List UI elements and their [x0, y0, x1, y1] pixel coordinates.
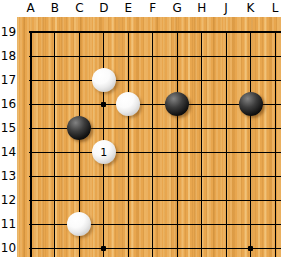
go-board-diagram: 1ABCDEFGHJKL19181716151413121110 [0, 0, 281, 257]
grid-line-horizontal-14 [29, 152, 281, 153]
column-label-E: E [125, 0, 133, 17]
star-point-K10 [248, 246, 253, 251]
stone-white-d14[interactable]: 1 [92, 140, 116, 164]
grid-line-horizontal-12 [29, 200, 281, 201]
row-label-19: 19 [0, 25, 17, 39]
stone-black-k16[interactable] [239, 92, 263, 116]
row-label-13: 13 [0, 169, 17, 183]
grid-line-horizontal-18 [29, 56, 281, 57]
row-label-18: 18 [0, 49, 17, 63]
column-label-K: K [247, 0, 255, 17]
column-label-D: D [99, 0, 108, 17]
stone-white-d17[interactable] [92, 68, 116, 92]
column-label-G: G [173, 0, 182, 17]
column-label-H: H [197, 0, 206, 17]
column-label-F: F [149, 0, 156, 17]
row-label-14: 14 [0, 145, 17, 159]
row-label-12: 12 [0, 193, 17, 207]
column-label-A: A [26, 0, 34, 17]
column-label-J: J [224, 0, 228, 17]
column-label-L: L [272, 0, 279, 17]
column-label-B: B [51, 0, 59, 17]
row-label-11: 11 [0, 217, 17, 231]
row-label-15: 15 [0, 121, 17, 135]
move-number-label: 1 [100, 147, 107, 158]
goban[interactable] [17, 17, 281, 257]
grid-line-horizontal-19 [29, 31, 281, 33]
grid-line-horizontal-13 [29, 176, 281, 177]
star-point-D16 [101, 102, 106, 107]
row-label-16: 16 [0, 97, 17, 111]
grid-line-horizontal-17 [29, 80, 281, 81]
stone-black-g16[interactable] [165, 92, 189, 116]
column-label-C: C [75, 0, 83, 17]
star-point-D10 [101, 246, 106, 251]
row-label-17: 17 [0, 73, 17, 87]
grid-line-horizontal-10 [29, 248, 281, 249]
row-label-10: 10 [0, 241, 17, 255]
